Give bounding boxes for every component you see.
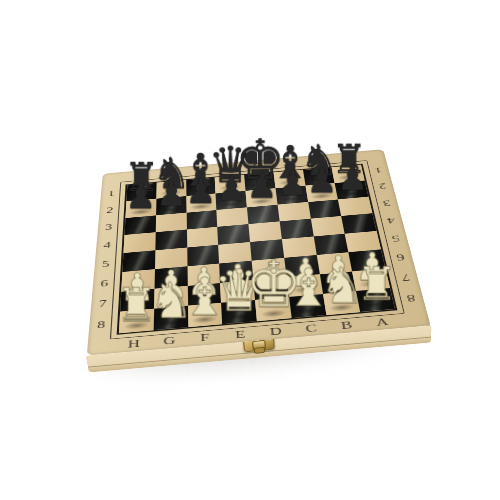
black-pawn[interactable]: ♟ [216,171,247,205]
black-pawn[interactable]: ♟ [337,161,368,195]
board-frame: HGFEDCBA HGFEDCBA 12345678 12345678 ♜♞♝♛… [87,149,431,355]
rank-label-left-7: 7 [92,293,113,315]
black-pawn[interactable]: ♟ [246,169,277,203]
rank-label-right-1: 1 [368,162,389,179]
square-b4[interactable] [310,216,344,236]
rank-label-right-3: 3 [376,194,398,213]
rank-label-right-2: 2 [372,177,393,195]
rank-label-left-8: 8 [91,314,112,337]
brass-clasp-icon[interactable] [243,337,275,353]
black-pawn[interactable]: ♟ [277,166,308,200]
rank-label-right-4: 4 [380,211,402,230]
chess-board: HGFEDCBA HGFEDCBA 12345678 12345678 ♜♞♝♛… [87,149,431,355]
black-pawn[interactable]: ♟ [125,179,156,213]
black-pawn[interactable]: ♟ [307,163,338,197]
black-pawn[interactable]: ♟ [156,177,187,211]
rank-label-left-2: 2 [101,201,119,219]
black-pawn[interactable]: ♟ [186,174,217,208]
square-d3[interactable] [247,205,279,225]
chess-set-photo: HGFEDCBA HGFEDCBA 12345678 12345678 ♜♞♝♛… [0,0,500,500]
rank-label-left-3: 3 [99,218,118,237]
white-rook[interactable]: ♜ [356,262,397,308]
rank-label-right-7: 7 [394,267,418,289]
rank-label-left-4: 4 [98,235,117,255]
rank-label-left-1: 1 [102,185,120,203]
rank-label-left-6: 6 [94,273,114,295]
board-grid: ♜♞♝♛♚♝♞♜♟♟♟♟♟♟♟♟♟♟♟♟♟♟♟♟♜♞♝♛♚♝♞♜ [117,164,398,335]
square-h4[interactable] [123,232,155,253]
rank-label-left-5: 5 [96,254,116,275]
